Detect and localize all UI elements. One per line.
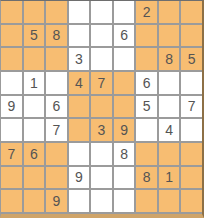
cell-r4-c1[interactable] — [1, 72, 22, 94]
cell-r1-c3[interactable] — [46, 1, 67, 23]
cell-r7-c4[interactable] — [69, 143, 90, 165]
cell-r3-c5[interactable] — [91, 48, 112, 70]
cell-r6-c9[interactable] — [181, 119, 202, 141]
cell-r1-c2[interactable] — [24, 1, 45, 23]
cell-r8-c1[interactable] — [1, 167, 22, 189]
cell-r9-c9[interactable] — [181, 190, 202, 212]
cell-r6-c6: 9 — [114, 119, 135, 141]
sudoku-board: 25863851476965773947689819 — [0, 0, 204, 218]
cell-r5-c2[interactable] — [24, 96, 45, 118]
cell-r7-c5[interactable] — [91, 143, 112, 165]
cell-r4-c8[interactable] — [159, 72, 180, 94]
cell-r2-c1[interactable] — [1, 25, 22, 47]
cell-r1-c1[interactable] — [1, 1, 22, 23]
cell-r5-c7: 5 — [136, 96, 157, 118]
cell-r4-c3[interactable] — [46, 72, 67, 94]
cell-r8-c6[interactable] — [114, 167, 135, 189]
cell-r6-c2[interactable] — [24, 119, 45, 141]
cell-r8-c7: 8 — [136, 167, 157, 189]
cell-r7-c2: 6 — [24, 143, 45, 165]
cell-r7-c3[interactable] — [46, 143, 67, 165]
cell-r8-c4: 9 — [69, 167, 90, 189]
cell-r5-c9: 7 — [181, 96, 202, 118]
cell-r1-c4[interactable] — [69, 1, 90, 23]
cell-r5-c3: 6 — [46, 96, 67, 118]
cell-r2-c5[interactable] — [91, 25, 112, 47]
cell-r6-c4[interactable] — [69, 119, 90, 141]
cell-r9-c8[interactable] — [159, 190, 180, 212]
cell-r9-c7[interactable] — [136, 190, 157, 212]
cell-r6-c7[interactable] — [136, 119, 157, 141]
cell-r1-c5[interactable] — [91, 1, 112, 23]
cell-r4-c5: 7 — [91, 72, 112, 94]
cell-r7-c9[interactable] — [181, 143, 202, 165]
cell-r7-c7[interactable] — [136, 143, 157, 165]
cell-r4-c9[interactable] — [181, 72, 202, 94]
cell-r7-c1: 7 — [1, 143, 22, 165]
cell-r3-c9: 5 — [181, 48, 202, 70]
cell-r6-c8: 4 — [159, 119, 180, 141]
cell-r2-c8[interactable] — [159, 25, 180, 47]
cell-r3-c4: 3 — [69, 48, 90, 70]
cell-r4-c7: 6 — [136, 72, 157, 94]
cell-r9-c3: 9 — [46, 190, 67, 212]
sudoku-grid: 25863851476965773947689819 — [1, 1, 202, 214]
cell-r1-c7: 2 — [136, 1, 157, 23]
cell-r4-c6[interactable] — [114, 72, 135, 94]
cell-r3-c2[interactable] — [24, 48, 45, 70]
cell-r2-c7[interactable] — [136, 25, 157, 47]
cell-r2-c3: 8 — [46, 25, 67, 47]
cell-r2-c9[interactable] — [181, 25, 202, 47]
cell-r9-c2[interactable] — [24, 190, 45, 212]
cell-r5-c6[interactable] — [114, 96, 135, 118]
cell-r5-c8[interactable] — [159, 96, 180, 118]
cell-r1-c9[interactable] — [181, 1, 202, 23]
cell-r8-c8: 1 — [159, 167, 180, 189]
cell-r9-c5[interactable] — [91, 190, 112, 212]
cell-r3-c3[interactable] — [46, 48, 67, 70]
cell-r7-c6: 8 — [114, 143, 135, 165]
cell-r5-c5[interactable] — [91, 96, 112, 118]
cell-r4-c4: 4 — [69, 72, 90, 94]
cell-r2-c2: 5 — [24, 25, 45, 47]
cell-r6-c3: 7 — [46, 119, 67, 141]
cell-r8-c9[interactable] — [181, 167, 202, 189]
cell-r6-c5: 3 — [91, 119, 112, 141]
cell-r8-c5[interactable] — [91, 167, 112, 189]
cell-r9-c6[interactable] — [114, 190, 135, 212]
cell-r6-c1[interactable] — [1, 119, 22, 141]
cell-r9-c4[interactable] — [69, 190, 90, 212]
cell-r3-c6[interactable] — [114, 48, 135, 70]
cell-r8-c3[interactable] — [46, 167, 67, 189]
cell-r3-c7[interactable] — [136, 48, 157, 70]
cell-r5-c1: 9 — [1, 96, 22, 118]
cell-r1-c6[interactable] — [114, 1, 135, 23]
cell-r2-c6: 6 — [114, 25, 135, 47]
cell-r2-c4[interactable] — [69, 25, 90, 47]
cell-r8-c2[interactable] — [24, 167, 45, 189]
cell-r3-c8: 8 — [159, 48, 180, 70]
cell-r3-c1[interactable] — [1, 48, 22, 70]
cell-r5-c4[interactable] — [69, 96, 90, 118]
cell-r9-c1[interactable] — [1, 190, 22, 212]
cell-r7-c8[interactable] — [159, 143, 180, 165]
cell-r4-c2: 1 — [24, 72, 45, 94]
cell-r1-c8[interactable] — [159, 1, 180, 23]
